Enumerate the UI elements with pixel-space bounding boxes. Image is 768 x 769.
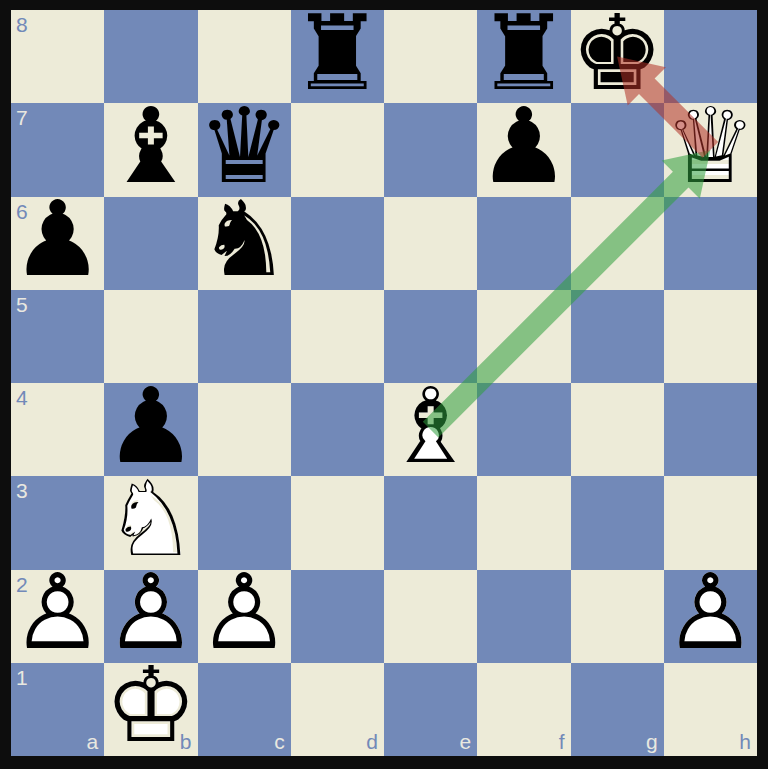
bishop-glyph: ♝	[104, 94, 197, 198]
square-e6[interactable]	[384, 197, 477, 290]
square-h7[interactable]: ♛♕	[664, 103, 757, 196]
square-a7[interactable]: 7	[11, 103, 104, 196]
rank-label-7: 7	[16, 107, 28, 128]
square-g8[interactable]: ♚	[571, 10, 664, 103]
rank-label-1: 1	[16, 667, 28, 688]
square-f8[interactable]: ♜	[477, 10, 570, 103]
queen-glyph: ♛	[198, 94, 291, 198]
white-bishop[interactable]: ♝♗	[384, 383, 477, 476]
square-e8[interactable]	[384, 10, 477, 103]
knight-outline-glyph: ♘	[104, 467, 197, 571]
square-g2[interactable]	[571, 570, 664, 663]
square-c6[interactable]: ♞	[198, 197, 291, 290]
square-g6[interactable]	[571, 197, 664, 290]
square-c5[interactable]	[198, 290, 291, 383]
pawn-glyph: ♟	[198, 560, 291, 664]
white-queen[interactable]: ♛♕	[664, 103, 757, 196]
square-h3[interactable]	[664, 476, 757, 569]
square-g5[interactable]	[571, 290, 664, 383]
bishop-glyph: ♝	[384, 373, 477, 477]
file-label-c: c	[274, 731, 285, 752]
pawn-glyph: ♟	[477, 94, 570, 198]
square-a4[interactable]: 4	[11, 383, 104, 476]
square-c7[interactable]: ♛	[198, 103, 291, 196]
black-queen[interactable]: ♛	[198, 103, 291, 196]
square-g3[interactable]	[571, 476, 664, 569]
white-knight[interactable]: ♞♘	[104, 476, 197, 569]
square-c3[interactable]	[198, 476, 291, 569]
square-d5[interactable]	[291, 290, 384, 383]
queen-glyph: ♛	[664, 94, 757, 198]
square-f7[interactable]: ♟	[477, 103, 570, 196]
white-pawn[interactable]: ♟♙	[198, 570, 291, 663]
square-g1[interactable]: g	[571, 663, 664, 756]
square-f3[interactable]	[477, 476, 570, 569]
king-outline-glyph: ♔	[104, 653, 197, 757]
square-c8[interactable]	[198, 10, 291, 103]
square-g4[interactable]	[571, 383, 664, 476]
square-h5[interactable]	[664, 290, 757, 383]
black-pawn[interactable]: ♟	[477, 103, 570, 196]
square-a5[interactable]: 5	[11, 290, 104, 383]
square-e1[interactable]: e	[384, 663, 477, 756]
file-label-h: h	[739, 731, 751, 752]
square-f4[interactable]	[477, 383, 570, 476]
queen-outline-glyph: ♕	[664, 94, 757, 198]
square-a2[interactable]: 2♟♙	[11, 570, 104, 663]
square-b3[interactable]: ♞♘	[104, 476, 197, 569]
pawn-glyph: ♟	[664, 560, 757, 664]
square-d4[interactable]	[291, 383, 384, 476]
square-b6[interactable]	[104, 197, 197, 290]
square-c4[interactable]	[198, 383, 291, 476]
black-bishop[interactable]: ♝	[104, 103, 197, 196]
square-e4[interactable]: ♝♗	[384, 383, 477, 476]
square-a6[interactable]: 6♟	[11, 197, 104, 290]
square-h6[interactable]	[664, 197, 757, 290]
chess-board-frame: 8♜♜♚7♝♛♟♛♕6♟♞54♟♝♗3♞♘2♟♙♟♙♟♙♟♙1ab♚♔cdefg…	[0, 0, 768, 769]
square-b1[interactable]: b♚♔	[104, 663, 197, 756]
square-h2[interactable]: ♟♙	[664, 570, 757, 663]
square-c1[interactable]: c	[198, 663, 291, 756]
square-b4[interactable]: ♟	[104, 383, 197, 476]
square-c2[interactable]: ♟♙	[198, 570, 291, 663]
square-h8[interactable]	[664, 10, 757, 103]
pawn-outline-glyph: ♙	[104, 560, 197, 664]
square-e7[interactable]	[384, 103, 477, 196]
black-knight[interactable]: ♞	[198, 197, 291, 290]
square-f5[interactable]	[477, 290, 570, 383]
pawn-outline-glyph: ♙	[664, 560, 757, 664]
white-pawn[interactable]: ♟♙	[104, 570, 197, 663]
square-d8[interactable]: ♜	[291, 10, 384, 103]
square-g7[interactable]	[571, 103, 664, 196]
square-f2[interactable]	[477, 570, 570, 663]
file-label-g: g	[646, 731, 658, 752]
square-a8[interactable]: 8	[11, 10, 104, 103]
pawn-glyph: ♟	[104, 373, 197, 477]
square-h4[interactable]	[664, 383, 757, 476]
rank-label-3: 3	[16, 480, 28, 501]
square-h1[interactable]: h	[664, 663, 757, 756]
pawn-glyph: ♟	[11, 187, 104, 291]
rank-label-5: 5	[16, 294, 28, 315]
square-d1[interactable]: d	[291, 663, 384, 756]
white-king[interactable]: ♚♔	[104, 663, 197, 756]
black-king[interactable]: ♚	[571, 10, 664, 103]
square-a3[interactable]: 3	[11, 476, 104, 569]
black-pawn[interactable]: ♟	[11, 197, 104, 290]
square-f6[interactable]	[477, 197, 570, 290]
king-glyph: ♚	[104, 653, 197, 757]
king-glyph: ♚	[571, 0, 664, 104]
pawn-glyph: ♟	[11, 560, 104, 664]
file-label-a: a	[87, 731, 99, 752]
black-pawn[interactable]: ♟	[104, 383, 197, 476]
rank-label-4: 4	[16, 387, 28, 408]
knight-glyph: ♞	[104, 467, 197, 571]
square-d6[interactable]	[291, 197, 384, 290]
square-d7[interactable]	[291, 103, 384, 196]
square-d2[interactable]	[291, 570, 384, 663]
square-b2[interactable]: ♟♙	[104, 570, 197, 663]
rook-glyph: ♜	[477, 0, 570, 104]
rank-label-8: 8	[16, 14, 28, 35]
chess-board: 8♜♜♚7♝♛♟♛♕6♟♞54♟♝♗3♞♘2♟♙♟♙♟♙♟♙1ab♚♔cdefg…	[11, 10, 757, 756]
pawn-glyph: ♟	[104, 560, 197, 664]
rook-glyph: ♜	[291, 0, 384, 104]
square-e5[interactable]	[384, 290, 477, 383]
square-b7[interactable]: ♝	[104, 103, 197, 196]
square-f1[interactable]: f	[477, 663, 570, 756]
file-label-e: e	[460, 731, 472, 752]
square-e2[interactable]	[384, 570, 477, 663]
square-b5[interactable]	[104, 290, 197, 383]
square-d3[interactable]	[291, 476, 384, 569]
file-label-f: f	[559, 731, 565, 752]
square-b8[interactable]	[104, 10, 197, 103]
square-a1[interactable]: 1a	[11, 663, 104, 756]
pawn-outline-glyph: ♙	[11, 560, 104, 664]
black-rook[interactable]: ♜	[291, 10, 384, 103]
white-pawn[interactable]: ♟♙	[664, 570, 757, 663]
black-rook[interactable]: ♜	[477, 10, 570, 103]
white-pawn[interactable]: ♟♙	[11, 570, 104, 663]
file-label-d: d	[366, 731, 378, 752]
knight-glyph: ♞	[198, 187, 291, 291]
bishop-outline-glyph: ♗	[384, 373, 477, 477]
square-e3[interactable]	[384, 476, 477, 569]
pawn-outline-glyph: ♙	[198, 560, 291, 664]
